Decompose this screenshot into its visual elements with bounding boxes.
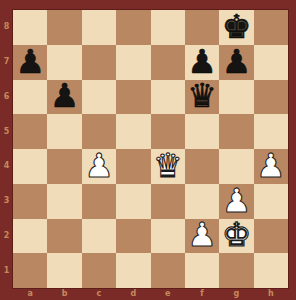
rank-label-5: 5	[0, 114, 13, 149]
square-b8[interactable]	[47, 10, 81, 45]
black-queen-f6[interactable]: ♛	[187, 80, 217, 113]
white-pawn-f2[interactable]: ♟	[187, 219, 217, 252]
square-f1[interactable]	[185, 253, 219, 288]
square-d3[interactable]	[116, 184, 150, 219]
square-b3[interactable]	[47, 184, 81, 219]
white-pawn-c4[interactable]: ♟	[84, 149, 114, 182]
square-f2[interactable]: ♟	[185, 219, 219, 254]
white-pawn-g3[interactable]: ♟	[222, 184, 252, 217]
chess-board: ♚♟♟♟♟♛♟♛♟♟♟♚	[13, 10, 288, 288]
square-e4[interactable]: ♛	[151, 149, 185, 184]
square-d1[interactable]	[116, 253, 150, 288]
square-d2[interactable]	[116, 219, 150, 254]
square-d7[interactable]	[116, 45, 150, 80]
rank-label-1: 1	[0, 253, 13, 288]
file-label-d: d	[116, 288, 150, 300]
chess-board-frame: 87654321 ♚♟♟♟♟♛♟♛♟♟♟♚ abcdefgh	[0, 0, 296, 300]
square-c3[interactable]	[82, 184, 116, 219]
square-f4[interactable]	[185, 149, 219, 184]
square-e6[interactable]	[151, 80, 185, 115]
square-f5[interactable]	[185, 114, 219, 149]
square-c6[interactable]	[82, 80, 116, 115]
square-h2[interactable]	[254, 219, 288, 254]
square-e2[interactable]	[151, 219, 185, 254]
square-a3[interactable]	[13, 184, 47, 219]
square-h3[interactable]	[254, 184, 288, 219]
square-e5[interactable]	[151, 114, 185, 149]
square-g2[interactable]: ♚	[219, 219, 253, 254]
square-f3[interactable]	[185, 184, 219, 219]
square-h4[interactable]: ♟	[254, 149, 288, 184]
square-g4[interactable]	[219, 149, 253, 184]
file-label-e: e	[151, 288, 185, 300]
black-pawn-a7[interactable]: ♟	[15, 45, 45, 78]
square-a6[interactable]	[13, 80, 47, 115]
square-c2[interactable]	[82, 219, 116, 254]
black-pawn-b6[interactable]: ♟	[50, 80, 80, 113]
square-a2[interactable]	[13, 219, 47, 254]
square-g5[interactable]	[219, 114, 253, 149]
black-pawn-f7[interactable]: ♟	[187, 45, 217, 78]
white-queen-e4[interactable]: ♛	[153, 149, 183, 182]
square-c1[interactable]	[82, 253, 116, 288]
square-c5[interactable]	[82, 114, 116, 149]
square-d4[interactable]	[116, 149, 150, 184]
black-pawn-g7[interactable]: ♟	[222, 45, 252, 78]
square-h1[interactable]	[254, 253, 288, 288]
white-king-g2[interactable]: ♚	[222, 219, 252, 252]
square-b1[interactable]	[47, 253, 81, 288]
square-g7[interactable]: ♟	[219, 45, 253, 80]
square-b5[interactable]	[47, 114, 81, 149]
square-a4[interactable]	[13, 149, 47, 184]
rank-label-7: 7	[0, 45, 13, 80]
square-h8[interactable]	[254, 10, 288, 45]
square-c7[interactable]	[82, 45, 116, 80]
square-g3[interactable]: ♟	[219, 184, 253, 219]
square-a8[interactable]	[13, 10, 47, 45]
square-b6[interactable]: ♟	[47, 80, 81, 115]
square-e1[interactable]	[151, 253, 185, 288]
file-labels: abcdefgh	[13, 288, 288, 300]
square-h5[interactable]	[254, 114, 288, 149]
square-a1[interactable]	[13, 253, 47, 288]
square-a7[interactable]: ♟	[13, 45, 47, 80]
square-g6[interactable]	[219, 80, 253, 115]
square-b7[interactable]	[47, 45, 81, 80]
file-label-c: c	[82, 288, 116, 300]
square-f8[interactable]	[185, 10, 219, 45]
square-a5[interactable]	[13, 114, 47, 149]
file-label-b: b	[47, 288, 81, 300]
black-king-g8[interactable]: ♚	[222, 10, 252, 43]
square-c8[interactable]	[82, 10, 116, 45]
square-e8[interactable]	[151, 10, 185, 45]
square-d8[interactable]	[116, 10, 150, 45]
rank-labels: 87654321	[0, 10, 13, 288]
file-label-a: a	[13, 288, 47, 300]
white-pawn-h4[interactable]: ♟	[256, 149, 286, 182]
square-b2[interactable]	[47, 219, 81, 254]
rank-label-2: 2	[0, 219, 13, 254]
rank-label-4: 4	[0, 149, 13, 184]
square-c4[interactable]: ♟	[82, 149, 116, 184]
square-e7[interactable]	[151, 45, 185, 80]
square-d6[interactable]	[116, 80, 150, 115]
square-b4[interactable]	[47, 149, 81, 184]
square-g1[interactable]	[219, 253, 253, 288]
file-label-g: g	[219, 288, 253, 300]
square-h7[interactable]	[254, 45, 288, 80]
rank-label-8: 8	[0, 10, 13, 45]
square-g8[interactable]: ♚	[219, 10, 253, 45]
square-e3[interactable]	[151, 184, 185, 219]
file-label-h: h	[254, 288, 288, 300]
square-f7[interactable]: ♟	[185, 45, 219, 80]
file-label-f: f	[185, 288, 219, 300]
square-h6[interactable]	[254, 80, 288, 115]
square-f6[interactable]: ♛	[185, 80, 219, 115]
rank-label-6: 6	[0, 80, 13, 115]
square-d5[interactable]	[116, 114, 150, 149]
rank-label-3: 3	[0, 184, 13, 219]
